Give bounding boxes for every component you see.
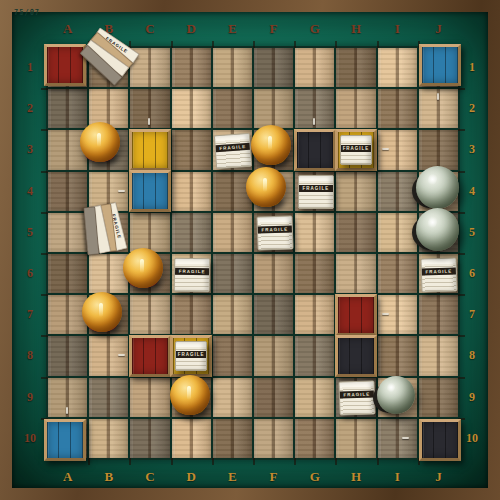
amber-orb-B7[interactable] [82,290,122,334]
grid-stub [171,458,173,465]
square-F10[interactable] [254,419,293,458]
square-J7[interactable] [419,295,458,334]
rank-label-left-10: 10 [16,419,44,458]
rank-label-left-4: 4 [16,172,44,211]
square-H2[interactable] [336,89,375,128]
fragile-label: FRAGILE [299,185,333,192]
rank-label-left-6: 6 [16,254,44,293]
fragile-label: FRAGILE [175,267,209,275]
sphere-glass [377,376,415,414]
grid-stub [294,458,296,465]
file-label-top-C: C [130,20,169,38]
fragile-label: FRAGILE [176,351,206,358]
square-G1[interactable] [295,48,334,87]
rank-label-left-3: 3 [16,130,44,169]
square-I1[interactable] [378,48,417,87]
square-E8[interactable] [213,336,252,375]
game-scene: 75/07 AABBCCDDEEFFGGHHIIJJ11223344556677… [0,0,500,500]
square-D4[interactable] [172,172,211,211]
file-label-bottom-F: F [254,469,293,485]
file-label-bottom-G: G [295,469,334,485]
square-H10[interactable] [336,419,375,458]
rank-label-right-3: 3 [458,130,486,169]
square-I6[interactable] [378,254,417,293]
rank-label-right-9: 9 [458,378,486,417]
square-J8[interactable] [419,336,458,375]
file-label-top-A: A [48,20,87,38]
rank-label-right-8: 8 [458,336,486,375]
file-label-top-G: G [295,20,334,38]
chalk-dash-B4 [118,190,125,192]
fragile-label: FRAGILE [216,143,250,152]
square-H1[interactable] [336,48,375,87]
rank-label-left-1: 1 [16,48,44,87]
square-G9[interactable] [295,378,334,417]
file-label-bottom-J: J [419,469,458,485]
rank-label-left-9: 9 [16,378,44,417]
file-label-bottom-E: E [213,469,252,485]
square-D3[interactable] [172,130,211,169]
grid-stub [377,41,379,48]
file-label-bottom-A: A [48,469,87,485]
rank-label-left-7: 7 [16,295,44,334]
square-I10[interactable] [378,419,417,458]
square-H6[interactable] [336,254,375,293]
square-F9[interactable] [254,378,293,417]
fragile-stack-G4[interactable]: FRAGILE [298,175,334,209]
grid-stub [253,41,255,48]
grid-stub [294,41,296,48]
amber-orb-glass [246,167,286,207]
file-label-bottom-B: B [89,469,128,485]
chalk-dash-I7 [382,313,389,315]
file-label-bottom-H: H [336,469,375,485]
rank-label-left-2: 2 [16,89,44,128]
square-D2[interactable] [172,89,211,128]
fragile-label: FRAGILE [257,226,291,234]
square-G5[interactable] [295,213,334,252]
square-E1[interactable] [213,48,252,87]
square-F7[interactable] [254,295,293,334]
square-H4[interactable] [336,172,375,211]
square-F6[interactable] [254,254,293,293]
grid-stub [212,41,214,48]
rank-label-right-4: 4 [458,172,486,211]
grid-stub [88,458,90,465]
fragile-label: FRAGILE [422,267,456,275]
rank-label-left-5: 5 [16,213,44,252]
crate-blue-C4[interactable] [129,170,171,212]
crate-red-A1[interactable] [44,44,86,86]
square-E9[interactable] [213,378,252,417]
chalk-tick-A9 [66,407,68,414]
square-A6[interactable] [48,254,87,293]
amber-orb-B3[interactable] [80,120,120,164]
square-A4[interactable] [48,172,87,211]
crate-red-H7[interactable] [335,294,377,336]
file-label-top-E: E [213,20,252,38]
glass-sphere-J5[interactable] [416,208,459,251]
file-label-bottom-D: D [172,469,211,485]
glass-sphere-J4[interactable] [416,166,459,209]
square-G7[interactable] [295,295,334,334]
fragile-stack-D8[interactable]: FRAGILE [175,341,207,371]
file-label-top-D: D [172,20,211,38]
glass-sphere-I9[interactable] [377,376,415,414]
fragile-label: FRAGILE [340,391,374,399]
rank-label-right-5: 5 [458,213,486,252]
grid-stub [335,458,337,465]
fragile-stack-J6[interactable]: FRAGILE [421,257,458,292]
square-G8[interactable] [295,336,334,375]
square-D1[interactable] [172,48,211,87]
square-E5[interactable] [213,213,252,252]
crate-blue-J1[interactable] [419,44,461,86]
grid-stub [129,458,131,465]
square-J3[interactable] [419,130,458,169]
sphere-glass [416,166,459,209]
fragile-stack-H3[interactable]: FRAGILE [340,135,372,165]
crate-blue-A10[interactable] [44,419,86,461]
square-D7[interactable] [172,295,211,334]
amber-orb-F4[interactable] [246,165,286,209]
square-B10[interactable] [89,419,128,458]
crate-red-C8[interactable] [129,335,171,377]
file-label-top-F: F [254,20,293,38]
square-E10[interactable] [213,419,252,458]
square-G10[interactable] [295,419,334,458]
square-C10[interactable] [130,419,169,458]
square-F8[interactable] [254,336,293,375]
square-E2[interactable] [213,89,252,128]
rank-label-left-8: 8 [16,336,44,375]
file-label-top-I: I [378,20,417,38]
book-stack-B5[interactable]: FRAGILE [78,202,125,254]
sphere-glass [416,208,459,251]
square-B9[interactable] [89,378,128,417]
crate-yellow-H3[interactable]: FRAGILE [335,129,377,171]
crate-black-J10[interactable] [419,419,461,461]
crate-black-H8[interactable] [335,335,377,377]
fragile-stack-D6[interactable]: FRAGILE [174,257,211,292]
square-C7[interactable] [130,295,169,334]
rank-label-right-2: 2 [458,89,486,128]
chalk-dash-I10 [402,437,409,439]
square-I4[interactable] [378,172,417,211]
grid-stub [377,458,379,465]
square-G6[interactable] [295,254,334,293]
square-F1[interactable] [254,48,293,87]
grid-stub [335,41,337,48]
file-label-top-H: H [336,20,375,38]
amber-orb-F3[interactable] [251,123,291,167]
crate-yellow-D8[interactable]: FRAGILE [170,335,212,377]
amber-orb-glass [170,375,210,415]
fragile-label: FRAGILE [341,145,371,152]
rank-label-right-6: 6 [458,254,486,293]
square-J9[interactable] [419,378,458,417]
grid-stub [253,458,255,465]
rank-label-right-10: 10 [458,419,486,458]
square-H5[interactable] [336,213,375,252]
chalk-tick-G2 [313,118,315,125]
file-label-bottom-I: I [378,469,417,485]
square-E6[interactable] [213,254,252,293]
amber-orb-C6[interactable] [123,246,163,290]
fragile-stack-H9[interactable]: FRAGILE [338,381,375,416]
square-I5[interactable] [378,213,417,252]
square-I8[interactable] [378,336,417,375]
fragile-stack-F5[interactable]: FRAGILE [256,216,293,251]
amber-orb-D9[interactable] [170,373,210,417]
square-D10[interactable] [172,419,211,458]
rank-label-right-1: 1 [458,48,486,87]
grid-stub [171,41,173,48]
square-C9[interactable] [130,378,169,417]
rank-label-right-7: 7 [458,295,486,334]
grid-stub [212,458,214,465]
chalk-tick-J2 [437,93,439,100]
crate-yellow-C3[interactable] [129,129,171,171]
file-label-bottom-C: C [130,469,169,485]
file-label-top-J: J [419,20,458,38]
square-E7[interactable] [213,295,252,334]
square-D5[interactable] [172,213,211,252]
square-I2[interactable] [378,89,417,128]
corner-counter: 75/07 [14,8,40,16]
crate-black-G3[interactable] [294,129,336,171]
square-A8[interactable] [48,336,87,375]
